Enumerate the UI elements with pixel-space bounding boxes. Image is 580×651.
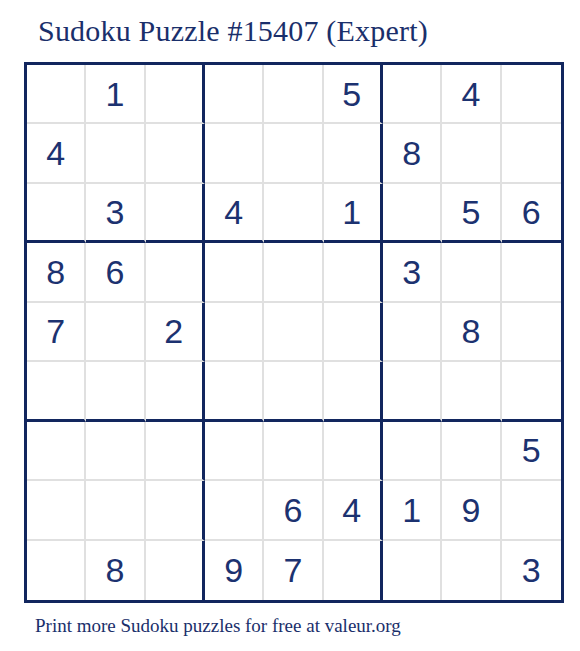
cell-r3c3[interactable] bbox=[146, 184, 205, 243]
cell-r8c2[interactable] bbox=[86, 481, 145, 540]
cell-r3c2[interactable]: 3 bbox=[86, 184, 145, 243]
cell-r2c8[interactable] bbox=[442, 124, 501, 183]
cell-r3c6[interactable]: 1 bbox=[324, 184, 383, 243]
cell-r1c6[interactable]: 5 bbox=[324, 65, 383, 124]
cell-r8c3[interactable] bbox=[146, 481, 205, 540]
cell-r6c1[interactable] bbox=[27, 362, 86, 421]
sudoku-grid: 1544834156863728564198973 bbox=[24, 62, 564, 603]
cell-r5c7[interactable] bbox=[383, 303, 442, 362]
cell-r7c1[interactable] bbox=[27, 422, 86, 481]
cell-r3c5[interactable] bbox=[264, 184, 323, 243]
cell-r5c4[interactable] bbox=[205, 303, 264, 362]
cell-r4c7[interactable]: 3 bbox=[383, 243, 442, 302]
cell-r7c7[interactable] bbox=[383, 422, 442, 481]
cell-r2c1[interactable]: 4 bbox=[27, 124, 86, 183]
cell-r9c3[interactable] bbox=[146, 541, 205, 600]
cell-r6c2[interactable] bbox=[86, 362, 145, 421]
cell-r6c7[interactable] bbox=[383, 362, 442, 421]
cell-r5c5[interactable] bbox=[264, 303, 323, 362]
cell-r9c6[interactable] bbox=[324, 541, 383, 600]
cell-r8c8[interactable]: 9 bbox=[442, 481, 501, 540]
cell-r7c4[interactable] bbox=[205, 422, 264, 481]
cell-r1c1[interactable] bbox=[27, 65, 86, 124]
cell-r9c4[interactable]: 9 bbox=[205, 541, 264, 600]
cell-r5c1[interactable]: 7 bbox=[27, 303, 86, 362]
cell-r8c5[interactable]: 6 bbox=[264, 481, 323, 540]
cell-r7c3[interactable] bbox=[146, 422, 205, 481]
cell-r6c4[interactable] bbox=[205, 362, 264, 421]
cell-r4c8[interactable] bbox=[442, 243, 501, 302]
cell-r8c1[interactable] bbox=[27, 481, 86, 540]
cell-r4c3[interactable] bbox=[146, 243, 205, 302]
cell-r1c5[interactable] bbox=[264, 65, 323, 124]
cell-r9c9[interactable]: 3 bbox=[502, 541, 561, 600]
cell-r6c6[interactable] bbox=[324, 362, 383, 421]
cell-r8c4[interactable] bbox=[205, 481, 264, 540]
cell-r1c4[interactable] bbox=[205, 65, 264, 124]
cell-r5c8[interactable]: 8 bbox=[442, 303, 501, 362]
cell-r6c8[interactable] bbox=[442, 362, 501, 421]
cell-r4c6[interactable] bbox=[324, 243, 383, 302]
cell-r1c7[interactable] bbox=[383, 65, 442, 124]
cell-r1c3[interactable] bbox=[146, 65, 205, 124]
cell-r7c9[interactable]: 5 bbox=[502, 422, 561, 481]
cell-r3c1[interactable] bbox=[27, 184, 86, 243]
cell-r4c1[interactable]: 8 bbox=[27, 243, 86, 302]
cell-r8c7[interactable]: 1 bbox=[383, 481, 442, 540]
cell-r1c8[interactable]: 4 bbox=[442, 65, 501, 124]
cell-r5c2[interactable] bbox=[86, 303, 145, 362]
cell-r4c4[interactable] bbox=[205, 243, 264, 302]
cell-r2c2[interactable] bbox=[86, 124, 145, 183]
cell-r3c9[interactable]: 6 bbox=[502, 184, 561, 243]
cell-r2c7[interactable]: 8 bbox=[383, 124, 442, 183]
cell-r7c6[interactable] bbox=[324, 422, 383, 481]
cell-r6c9[interactable] bbox=[502, 362, 561, 421]
cell-r3c8[interactable]: 5 bbox=[442, 184, 501, 243]
cell-r5c6[interactable] bbox=[324, 303, 383, 362]
page-title: Sudoku Puzzle #15407 (Expert) bbox=[38, 14, 428, 48]
cell-r7c5[interactable] bbox=[264, 422, 323, 481]
cell-r1c9[interactable] bbox=[502, 65, 561, 124]
cell-r8c6[interactable]: 4 bbox=[324, 481, 383, 540]
cell-r3c7[interactable] bbox=[383, 184, 442, 243]
cell-r5c9[interactable] bbox=[502, 303, 561, 362]
cell-r2c6[interactable] bbox=[324, 124, 383, 183]
cell-r4c5[interactable] bbox=[264, 243, 323, 302]
cell-r2c4[interactable] bbox=[205, 124, 264, 183]
cell-r6c3[interactable] bbox=[146, 362, 205, 421]
cell-r9c5[interactable]: 7 bbox=[264, 541, 323, 600]
cell-r1c2[interactable]: 1 bbox=[86, 65, 145, 124]
cell-r9c2[interactable]: 8 bbox=[86, 541, 145, 600]
cell-r9c8[interactable] bbox=[442, 541, 501, 600]
cell-r3c4[interactable]: 4 bbox=[205, 184, 264, 243]
cell-r8c9[interactable] bbox=[502, 481, 561, 540]
cell-r4c2[interactable]: 6 bbox=[86, 243, 145, 302]
cell-r7c2[interactable] bbox=[86, 422, 145, 481]
cell-r7c8[interactable] bbox=[442, 422, 501, 481]
cell-r2c5[interactable] bbox=[264, 124, 323, 183]
cell-r2c9[interactable] bbox=[502, 124, 561, 183]
cell-r2c3[interactable] bbox=[146, 124, 205, 183]
cell-r6c5[interactable] bbox=[264, 362, 323, 421]
cell-r9c1[interactable] bbox=[27, 541, 86, 600]
cell-r5c3[interactable]: 2 bbox=[146, 303, 205, 362]
footer-text: Print more Sudoku puzzles for free at va… bbox=[35, 615, 401, 637]
cell-r9c7[interactable] bbox=[383, 541, 442, 600]
cell-r4c9[interactable] bbox=[502, 243, 561, 302]
